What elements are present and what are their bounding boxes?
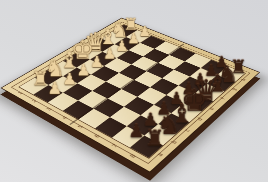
photo-background: ♜♞♝♚♛♝♞♜♟♟♟♟♟♟♟♟♟♟♟♟♟♟♟♟♜♞♝♚♛♝♞♜ 1234567… <box>0 0 268 182</box>
chess-board: ♜♞♝♚♛♝♞♜♟♟♟♟♟♟♟♟♟♟♟♟♟♟♟♟♜♞♝♚♛♝♞♜ 1234567… <box>1 18 261 173</box>
white-rook: ♜ <box>117 16 144 33</box>
white-pawn: ♟ <box>130 25 158 39</box>
board-grid: ♜♞♝♚♛♝♞♜♟♟♟♟♟♟♟♟♟♟♟♟♟♟♟♟♜♞♝♚♛♝♞♜ <box>18 24 246 159</box>
black-rook: ♜ <box>223 58 254 77</box>
